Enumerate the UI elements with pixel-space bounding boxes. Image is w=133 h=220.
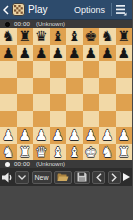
square-b5[interactable]	[17, 78, 34, 95]
square-g5[interactable]	[99, 78, 116, 95]
square-g7[interactable]: ♟	[99, 45, 116, 62]
black-knight: ♞	[0, 28, 17, 45]
square-h6[interactable]	[116, 61, 133, 78]
chevron-down-icon	[18, 175, 26, 180]
white-rook: ♜	[116, 144, 133, 161]
black-pawn: ♟	[17, 45, 34, 62]
white-pawn: ♟	[99, 127, 116, 144]
bottom-toolbar: New	[0, 168, 132, 186]
white-pawn: ♟	[0, 127, 17, 144]
square-c3[interactable]	[33, 111, 50, 128]
square-d8[interactable]: ♝	[50, 28, 67, 45]
black-queen: ♛	[33, 28, 50, 45]
square-c8[interactable]: ♛	[33, 28, 50, 45]
expand-button[interactable]	[15, 171, 29, 184]
black-player-bar: 00:00 (Unknown)	[0, 20, 132, 28]
square-h5[interactable]	[116, 78, 133, 95]
square-d2[interactable]: ♟	[50, 127, 67, 144]
back-chevron-icon	[3, 5, 9, 15]
square-a7[interactable]: ♟	[0, 45, 17, 62]
square-e1[interactable]: ♝	[66, 144, 83, 161]
square-d6[interactable]	[50, 61, 67, 78]
square-a2[interactable]: ♟	[0, 127, 17, 144]
save-button[interactable]	[74, 171, 90, 184]
square-e3[interactable]	[66, 111, 83, 128]
square-a4[interactable]	[0, 94, 17, 111]
square-h4[interactable]	[116, 94, 133, 111]
square-e5[interactable]	[66, 78, 83, 95]
square-f3[interactable]	[83, 111, 100, 128]
app-logo-icon	[12, 3, 25, 16]
next-move-button[interactable]	[108, 171, 121, 184]
page-title: Play	[28, 4, 47, 15]
square-f2[interactable]: ♟	[83, 127, 100, 144]
square-f6[interactable]	[83, 61, 100, 78]
square-b4[interactable]	[17, 94, 34, 111]
square-c6[interactable]	[33, 61, 50, 78]
play-button[interactable]	[123, 173, 130, 181]
open-button[interactable]	[54, 171, 72, 184]
square-g3[interactable]	[99, 111, 116, 128]
square-f5[interactable]	[83, 78, 100, 95]
square-h3[interactable]	[116, 111, 133, 128]
white-bishop: ♝	[50, 144, 67, 161]
square-d5[interactable]	[50, 78, 67, 95]
square-f8[interactable]: ♚	[83, 28, 100, 45]
overflow-menu-icon	[116, 4, 127, 16]
white-turn-indicator-icon	[5, 162, 10, 167]
prev-move-button[interactable]	[92, 171, 105, 184]
white-player-bar: 00:00 (Unknown)	[0, 160, 132, 168]
white-pawn: ♟	[83, 127, 100, 144]
new-game-button[interactable]: New	[32, 171, 52, 184]
white-pawn: ♟	[17, 127, 34, 144]
white-clock: 00:00	[14, 160, 30, 168]
square-e6[interactable]	[66, 61, 83, 78]
square-h2[interactable]: ♟	[116, 127, 133, 144]
square-a1[interactable]: ♞	[0, 144, 17, 161]
square-d3[interactable]	[50, 111, 67, 128]
square-a8[interactable]: ♞	[0, 28, 17, 45]
square-e7[interactable]: ♟	[66, 45, 83, 62]
black-rook: ♜	[17, 28, 34, 45]
square-e8[interactable]: ♝	[66, 28, 83, 45]
square-d7[interactable]: ♟	[50, 45, 67, 62]
black-pawn: ♟	[83, 45, 100, 62]
square-g2[interactable]: ♟	[99, 127, 116, 144]
prev-move-icon	[96, 173, 102, 182]
square-b6[interactable]	[17, 61, 34, 78]
square-e4[interactable]	[66, 94, 83, 111]
square-g8[interactable]: ♞	[99, 28, 116, 45]
square-f4[interactable]	[83, 94, 100, 111]
volume-icon	[2, 172, 13, 183]
square-f7[interactable]: ♟	[83, 45, 100, 62]
square-b7[interactable]: ♟	[17, 45, 34, 62]
black-pawn: ♟	[50, 45, 67, 62]
app-header: Play Options	[0, 0, 132, 20]
save-icon	[77, 172, 87, 182]
white-bishop: ♝	[66, 144, 83, 161]
options-button[interactable]: Options	[70, 5, 109, 15]
square-f1[interactable]: ♚	[83, 144, 100, 161]
white-pawn: ♟	[116, 127, 133, 144]
square-d1[interactable]: ♝	[50, 144, 67, 161]
white-queen: ♛	[33, 144, 50, 161]
square-a3[interactable]	[0, 111, 17, 128]
white-player-name: (Unknown)	[36, 160, 65, 168]
header-divider	[111, 3, 112, 16]
white-knight: ♞	[99, 144, 116, 161]
back-button[interactable]	[3, 5, 9, 15]
black-turn-indicator-icon	[5, 22, 10, 27]
square-c4[interactable]	[33, 94, 50, 111]
square-a6[interactable]	[0, 61, 17, 78]
white-pawn: ♟	[66, 127, 83, 144]
white-knight: ♞	[0, 144, 17, 161]
square-e2[interactable]: ♟	[66, 127, 83, 144]
black-pawn: ♟	[66, 45, 83, 62]
black-bishop: ♝	[50, 28, 67, 45]
black-king: ♚	[83, 28, 100, 45]
black-pawn: ♟	[33, 45, 50, 62]
square-d4[interactable]	[50, 94, 67, 111]
overflow-menu-button[interactable]	[114, 4, 129, 16]
square-c2[interactable]: ♟	[33, 127, 50, 144]
white-pawn: ♟	[50, 127, 67, 144]
next-move-icon	[111, 173, 117, 182]
volume-button[interactable]	[2, 172, 13, 183]
black-pawn: ♟	[116, 45, 133, 62]
chess-board[interactable]: ♞♜♛♝♝♚♞♜♟♟♟♟♟♟♟♟♟♟♟♟♟♟♟♟♞♜♛♝♝♚♞♜	[0, 28, 132, 160]
square-g4[interactable]	[99, 94, 116, 111]
square-g1[interactable]: ♞	[99, 144, 116, 161]
black-bishop: ♝	[66, 28, 83, 45]
square-c5[interactable]	[33, 78, 50, 95]
square-c7[interactable]: ♟	[33, 45, 50, 62]
square-a5[interactable]	[0, 78, 17, 95]
white-pawn: ♟	[33, 127, 50, 144]
black-player-name: (Unknown)	[36, 20, 65, 28]
square-c1[interactable]: ♛	[33, 144, 50, 161]
black-knight: ♞	[99, 28, 116, 45]
white-rook: ♜	[17, 144, 34, 161]
black-pawn: ♟	[99, 45, 116, 62]
square-g6[interactable]	[99, 61, 116, 78]
play-icon	[123, 173, 130, 181]
square-b2[interactable]: ♟	[17, 127, 34, 144]
folder-open-icon	[57, 173, 69, 182]
square-h1[interactable]: ♜	[116, 144, 133, 161]
square-h7[interactable]: ♟	[116, 45, 133, 62]
new-game-label: New	[35, 174, 49, 181]
empty-footer-area	[0, 186, 132, 220]
chess-app-screen: Play Options 00:00 (Unknown) ♞♜♛♝♝♚♞♜♟♟♟…	[0, 0, 132, 220]
black-pawn: ♟	[0, 45, 17, 62]
white-king: ♚	[83, 144, 100, 161]
square-b8[interactable]: ♜	[17, 28, 34, 45]
square-h8[interactable]: ♜	[116, 28, 133, 45]
black-clock: 00:00	[14, 20, 30, 28]
black-rook: ♜	[116, 28, 133, 45]
square-b3[interactable]	[17, 111, 34, 128]
square-b1[interactable]: ♜	[17, 144, 34, 161]
